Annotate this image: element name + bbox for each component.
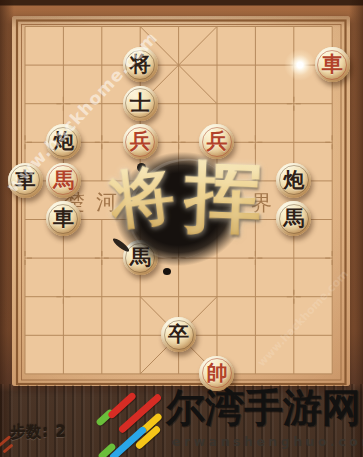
piece-red-兵[interactable]: 兵	[123, 124, 158, 159]
piece-glyph: 兵	[130, 130, 151, 151]
piece-glyph: 車	[322, 53, 343, 74]
site-name[interactable]: 尔湾手游网	[166, 388, 358, 427]
corner-watermark-fragment	[0, 436, 22, 454]
piece-black-馬[interactable]: 馬	[123, 240, 158, 275]
piece-glyph: 将	[130, 53, 151, 74]
piece-glyph: 炮	[283, 169, 304, 190]
piece-glyph: 炮	[53, 130, 74, 151]
piece-glyph: 馬	[130, 246, 151, 267]
piece-black-炮[interactable]: 炮	[46, 124, 81, 159]
piece-glyph: 馬	[283, 207, 304, 228]
piece-glyph: 兵	[206, 130, 227, 151]
piece-red-馬[interactable]: 馬	[46, 163, 81, 198]
piece-glyph: 帥	[206, 362, 227, 383]
piece-red-兵[interactable]: 兵	[199, 124, 234, 159]
piece-red-車[interactable]: 車	[315, 47, 350, 82]
xiangqi-board[interactable]: 楚河 漢界 将車士炮兵兵車馬炮車馬馬卒帥 将 挥	[12, 16, 350, 386]
piece-glyph: 車	[15, 169, 36, 190]
piece-black-将[interactable]: 将	[123, 47, 158, 82]
piece-black-車[interactable]: 車	[46, 201, 81, 236]
site-logo-icon[interactable]	[93, 390, 163, 456]
piece-glyph: 卒	[168, 323, 189, 344]
piece-black-車[interactable]: 車	[8, 163, 43, 198]
pieces-layer: 将車士炮兵兵車馬炮車馬馬卒帥	[6, 7, 352, 393]
piece-glyph: 馬	[53, 169, 74, 190]
piece-black-馬[interactable]: 馬	[276, 201, 311, 236]
piece-glyph: 士	[130, 92, 151, 113]
piece-black-士[interactable]: 士	[123, 86, 158, 121]
footer-banner: 尔湾手游网 erwanshenghuo.com	[0, 384, 363, 457]
game-screen: 楚河 漢界 将車士炮兵兵車馬炮車馬馬卒帥 将 挥 www.hackhome.co…	[0, 0, 363, 457]
piece-black-炮[interactable]: 炮	[276, 163, 311, 198]
piece-glyph: 車	[53, 207, 74, 228]
piece-black-卒[interactable]: 卒	[161, 317, 196, 352]
site-url[interactable]: erwanshenghuo.com	[172, 434, 363, 449]
